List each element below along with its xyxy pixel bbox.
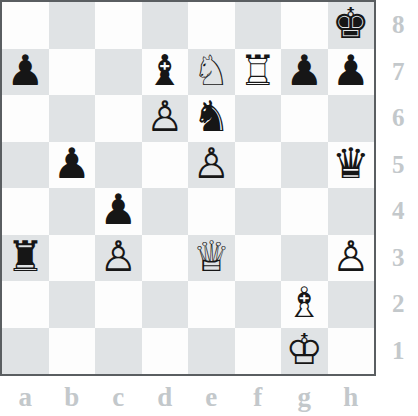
square-e5[interactable]: ♙	[188, 142, 235, 189]
file-label-g: g	[281, 380, 328, 414]
white-bishop-g2[interactable]: ♗	[285, 280, 323, 327]
rank-label-4: 4	[378, 188, 416, 235]
square-b3[interactable]	[49, 235, 96, 282]
square-b6[interactable]	[49, 95, 96, 142]
square-c3[interactable]: ♙	[95, 235, 142, 282]
file-label-e: e	[188, 380, 235, 414]
square-g8[interactable]	[281, 2, 328, 49]
black-queen-h5[interactable]: ♛	[332, 141, 370, 188]
square-g6[interactable]	[281, 95, 328, 142]
square-c4[interactable]: ♟	[95, 188, 142, 235]
square-c6[interactable]	[95, 95, 142, 142]
file-label-h: h	[328, 380, 375, 414]
square-d6[interactable]: ♙	[142, 95, 189, 142]
rank-label-7: 7	[378, 49, 416, 96]
square-a2[interactable]	[2, 281, 49, 328]
square-a1[interactable]	[2, 328, 49, 375]
square-c8[interactable]	[95, 2, 142, 49]
square-d1[interactable]	[142, 328, 189, 375]
rank-label-1: 1	[378, 328, 416, 375]
white-king-g1[interactable]: ♔	[285, 327, 323, 374]
white-pawn-d6[interactable]: ♙	[146, 94, 184, 141]
square-e7[interactable]: ♘	[188, 49, 235, 96]
square-f8[interactable]	[235, 2, 282, 49]
square-d5[interactable]	[142, 142, 189, 189]
square-h5[interactable]: ♛	[328, 142, 375, 189]
file-label-b: b	[49, 380, 96, 414]
rank-labels: 87654321	[378, 2, 416, 374]
square-f1[interactable]	[235, 328, 282, 375]
square-a3[interactable]: ♜	[2, 235, 49, 282]
square-a4[interactable]	[2, 188, 49, 235]
white-knight-e7[interactable]: ♘	[192, 48, 230, 95]
file-label-f: f	[235, 380, 282, 414]
black-pawn-b5[interactable]: ♟	[53, 141, 91, 188]
black-king-h8[interactable]: ♚	[332, 1, 370, 48]
square-h7[interactable]: ♟	[328, 49, 375, 96]
square-g2[interactable]: ♗	[281, 281, 328, 328]
square-h6[interactable]	[328, 95, 375, 142]
black-pawn-c4[interactable]: ♟	[99, 187, 137, 234]
square-g1[interactable]: ♔	[281, 328, 328, 375]
square-b5[interactable]: ♟	[49, 142, 96, 189]
file-label-d: d	[142, 380, 189, 414]
square-d8[interactable]	[142, 2, 189, 49]
square-a6[interactable]	[2, 95, 49, 142]
square-h4[interactable]	[328, 188, 375, 235]
white-queen-e3[interactable]: ♕	[192, 234, 230, 281]
square-g7[interactable]: ♟	[281, 49, 328, 96]
square-h1[interactable]	[328, 328, 375, 375]
square-d7[interactable]: ♝	[142, 49, 189, 96]
rank-label-5: 5	[378, 142, 416, 189]
rank-label-8: 8	[378, 2, 416, 49]
square-f3[interactable]	[235, 235, 282, 282]
square-h8[interactable]: ♚	[328, 2, 375, 49]
square-d2[interactable]	[142, 281, 189, 328]
square-c2[interactable]	[95, 281, 142, 328]
rank-label-6: 6	[378, 95, 416, 142]
square-f7[interactable]: ♖	[235, 49, 282, 96]
square-a7[interactable]: ♟	[2, 49, 49, 96]
square-b7[interactable]	[49, 49, 96, 96]
square-b1[interactable]	[49, 328, 96, 375]
white-pawn-e5[interactable]: ♙	[192, 141, 230, 188]
square-b2[interactable]	[49, 281, 96, 328]
square-e8[interactable]	[188, 2, 235, 49]
square-c7[interactable]	[95, 49, 142, 96]
square-a5[interactable]	[2, 142, 49, 189]
square-b8[interactable]	[49, 2, 96, 49]
black-pawn-h7[interactable]: ♟	[332, 48, 370, 95]
square-e4[interactable]	[188, 188, 235, 235]
white-rook-f7[interactable]: ♖	[239, 48, 277, 95]
square-f6[interactable]	[235, 95, 282, 142]
square-e2[interactable]	[188, 281, 235, 328]
rank-label-2: 2	[378, 281, 416, 328]
file-labels: abcdefgh	[2, 380, 374, 414]
square-f5[interactable]	[235, 142, 282, 189]
file-label-c: c	[95, 380, 142, 414]
rank-label-3: 3	[378, 235, 416, 282]
square-e3[interactable]: ♕	[188, 235, 235, 282]
square-d4[interactable]	[142, 188, 189, 235]
square-c5[interactable]	[95, 142, 142, 189]
black-pawn-a7[interactable]: ♟	[6, 48, 44, 95]
square-f4[interactable]	[235, 188, 282, 235]
square-e6[interactable]: ♞	[188, 95, 235, 142]
black-rook-a3[interactable]: ♜	[6, 234, 44, 281]
black-pawn-g7[interactable]: ♟	[285, 48, 323, 95]
black-knight-e6[interactable]: ♞	[192, 94, 230, 141]
square-f2[interactable]	[235, 281, 282, 328]
black-bishop-d7[interactable]: ♝	[146, 48, 184, 95]
square-b4[interactable]	[49, 188, 96, 235]
square-g5[interactable]	[281, 142, 328, 189]
square-h3[interactable]: ♙	[328, 235, 375, 282]
square-g4[interactable]	[281, 188, 328, 235]
square-a8[interactable]	[2, 2, 49, 49]
white-pawn-c3[interactable]: ♙	[99, 234, 137, 281]
square-d3[interactable]	[142, 235, 189, 282]
square-c1[interactable]	[95, 328, 142, 375]
file-label-a: a	[2, 380, 49, 414]
white-pawn-h3[interactable]: ♙	[332, 234, 370, 281]
square-h2[interactable]	[328, 281, 375, 328]
chess-diagram: ♚♟♝♘♖♟♟♙♞♟♙♛♟♜♙♕♙♗♔ abcdefgh 87654321	[0, 0, 418, 416]
square-e1[interactable]	[188, 328, 235, 375]
square-g3[interactable]	[281, 235, 328, 282]
chess-board: ♚♟♝♘♖♟♟♙♞♟♙♛♟♜♙♕♙♗♔	[0, 0, 376, 376]
